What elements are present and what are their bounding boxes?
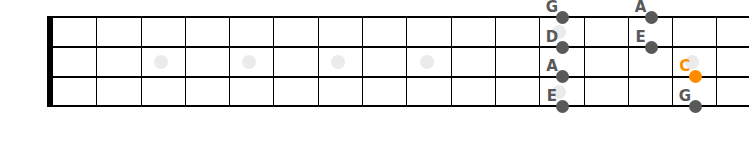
note-marker-dot-e-string-d [645, 41, 658, 54]
fret-cell [496, 17, 540, 47]
inlay-dot-fret-3-middle [154, 55, 168, 69]
fret-cell [186, 77, 230, 107]
fret-cell [274, 77, 318, 107]
fret-numbers-row: 0123456789101112131415 [0, 116, 749, 146]
note-marker-dot-g-string-e [689, 100, 702, 113]
fret-cell [407, 77, 451, 107]
fret-cell [407, 17, 451, 47]
fret-cell [319, 77, 363, 107]
inlay-dot-fret-7-middle [331, 55, 345, 69]
fret-cell [274, 47, 318, 77]
note-marker-label-a: A [546, 59, 558, 74]
note-marker-dot-a-string-g [645, 11, 658, 24]
fret-cell [97, 17, 141, 47]
note-marker-dot-e-string-e [556, 100, 569, 113]
fret-cell [496, 47, 540, 77]
fret-cell [186, 17, 230, 47]
note-marker-dot-d-string-d [556, 41, 569, 54]
fret-cell [230, 77, 274, 107]
note-marker-label-c: C [679, 59, 690, 74]
fretboard: GDAEAECG [0, 0, 749, 116]
note-marker-label-g: G [546, 0, 558, 14]
fret-cell [274, 17, 318, 47]
fret-cell [53, 47, 97, 77]
fret-cell [142, 17, 186, 47]
fret-cell [53, 17, 97, 47]
inlay-dot-fret-9-middle [420, 55, 434, 69]
fret-cell [230, 17, 274, 47]
fret-cell [186, 47, 230, 77]
fret-cell [585, 47, 629, 77]
fret-cell [363, 77, 407, 107]
fret-cell [452, 77, 496, 107]
fretboard-diagram: GDAEAECG 0123456789101112131415 [0, 0, 749, 146]
note-marker-dot-g-string-g [556, 11, 569, 24]
fret-cell [97, 77, 141, 107]
note-marker-label-e: E [635, 29, 645, 44]
note-marker-label-g: G [679, 88, 691, 103]
fret-cell [496, 77, 540, 107]
fret-cell [452, 17, 496, 47]
note-marker-label-e: E [547, 88, 557, 103]
fret-cell [585, 77, 629, 107]
fret-grid [53, 17, 717, 106]
note-marker-label-a: A [635, 0, 647, 14]
fret-cell [53, 77, 97, 107]
fret-cell [452, 47, 496, 77]
fret-cell [629, 77, 673, 107]
fret-cell [97, 47, 141, 77]
fret-cell [585, 17, 629, 47]
note-marker-label-d: D [546, 29, 558, 44]
fret-cell [363, 17, 407, 47]
fret-cell [673, 17, 717, 47]
fret-cell [363, 47, 407, 77]
fret-cell [319, 17, 363, 47]
fret-cell [142, 77, 186, 107]
